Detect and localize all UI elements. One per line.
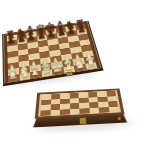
lid-square <box>60 109 70 115</box>
lid-square <box>108 106 119 112</box>
box-hinge-pin-icon <box>118 117 121 120</box>
piece-black-king: ♚ <box>43 20 57 35</box>
product-photo: ♜♞♝♛♚♝♞♜♟♟♟♟♟♟♟♟♟♟♟♟♟♟♟♟♜♞♝♛♚♝♞♜ <box>0 0 150 150</box>
board-grid: ♜♞♝♛♚♝♞♜♟♟♟♟♟♟♟♟♟♟♟♟♟♟♟♟♜♞♝♛♚♝♞♜ <box>7 24 98 83</box>
box-lid-grid <box>40 91 119 116</box>
square <box>28 47 39 54</box>
lid-square <box>40 110 50 116</box>
lid-square <box>89 107 99 113</box>
board-frame: ♜♞♝♛♚♝♞♜♟♟♟♟♟♟♟♟♟♟♟♟♟♟♟♟♜♞♝♛♚♝♞♜ <box>2 21 103 87</box>
box-clasp-icon <box>79 117 87 125</box>
lid-square <box>50 109 60 115</box>
lid-square <box>79 108 89 114</box>
open-chess-set: ♜♞♝♛♚♝♞♜♟♟♟♟♟♟♟♟♟♟♟♟♟♟♟♟♜♞♝♛♚♝♞♜ <box>2 21 103 87</box>
square <box>79 39 91 46</box>
lid-square <box>70 108 80 114</box>
square <box>48 44 59 51</box>
square: ♜ <box>85 62 98 70</box>
box-lid <box>35 88 125 118</box>
square <box>7 50 18 57</box>
square: ♞ <box>19 72 31 80</box>
square <box>18 49 29 56</box>
square: ♜ <box>8 74 19 82</box>
piece-white-rook: ♜ <box>7 68 19 81</box>
folded-chess-box <box>35 80 123 127</box>
square: ♝ <box>30 71 42 79</box>
